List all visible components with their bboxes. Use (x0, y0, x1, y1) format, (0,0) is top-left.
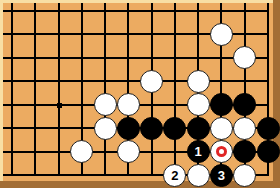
white-stone (233, 46, 256, 69)
white-stone (233, 117, 256, 140)
board-vertical-line (34, 0, 36, 176)
board-vertical-line (58, 0, 60, 176)
black-stone (233, 93, 256, 116)
white-stone (187, 164, 210, 187)
white-stone (233, 164, 256, 187)
move-number-label: 3 (218, 169, 225, 182)
white-stone (210, 117, 233, 140)
white-stone (140, 70, 163, 93)
board-horizontal-line (0, 80, 269, 82)
circle-mark-icon (216, 146, 227, 157)
board-bevel-top (0, 0, 280, 3)
board-vertical-line (174, 0, 176, 176)
star-point (57, 103, 62, 108)
board-vertical-line (11, 0, 13, 176)
white-stone (187, 93, 210, 116)
white-stone (94, 117, 117, 140)
move-number-label: 2 (171, 169, 178, 182)
black-stone (233, 140, 256, 163)
white-stone: 2 (163, 164, 186, 187)
black-stone (140, 117, 163, 140)
board-vertical-line (104, 0, 106, 176)
white-stone (117, 140, 140, 163)
board-bevel-left (0, 0, 3, 188)
white-stone (210, 23, 233, 46)
white-stone (94, 93, 117, 116)
white-stone (117, 93, 140, 116)
board-horizontal-line (0, 57, 269, 59)
black-stone (163, 117, 186, 140)
black-stone (210, 93, 233, 116)
black-stone (257, 140, 280, 163)
black-stone (187, 117, 210, 140)
white-stone (187, 70, 210, 93)
white-stone (70, 140, 93, 163)
black-stone: 3 (210, 164, 233, 187)
black-stone: 1 (187, 140, 210, 163)
black-stone (117, 117, 140, 140)
move-number-label: 1 (195, 145, 202, 158)
go-board-diagram: 123 (0, 0, 280, 188)
white-stone (210, 140, 233, 163)
black-stone (257, 117, 280, 140)
board-horizontal-line (0, 10, 269, 12)
